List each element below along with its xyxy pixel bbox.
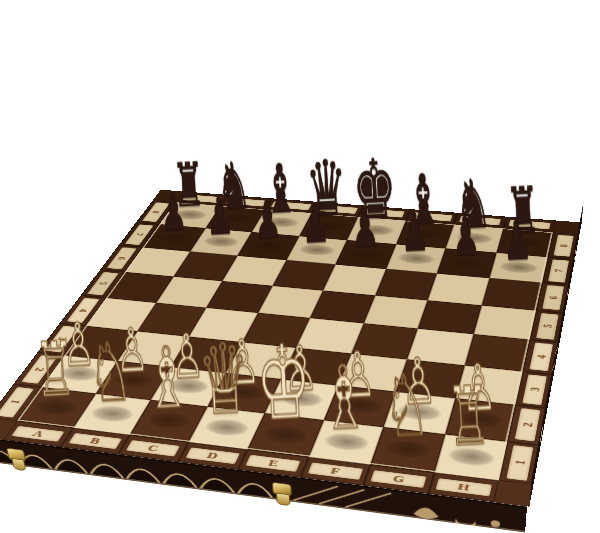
coordinate-tab: C	[126, 440, 180, 457]
coordinate-tab: H	[435, 478, 492, 497]
coordinate-tab: B	[68, 433, 122, 450]
coordinate-tab: 1	[506, 445, 533, 481]
file-label-a: A	[30, 428, 46, 439]
square-f5[interactable]	[363, 295, 427, 328]
brass-clasp-center	[272, 482, 293, 508]
square-f7[interactable]: ♟	[386, 244, 446, 273]
coordinate-tab: E	[246, 455, 301, 473]
coordinate-tab: 3	[522, 374, 547, 405]
file-label-g: G	[391, 473, 406, 486]
rank-label-left-8: 8	[149, 210, 163, 213]
piece-black-pawn[interactable]: ♟	[205, 189, 235, 242]
rank-label-left-1: 1	[6, 399, 24, 405]
coordinate-tab: A	[11, 426, 65, 442]
coordinate-tab: 2	[515, 408, 541, 442]
coordinate-tab: 7	[548, 259, 569, 283]
rank-label-right-5: 5	[539, 324, 555, 329]
rank-label-left-5: 5	[95, 281, 111, 285]
piece-black-pawn[interactable]: ♟	[252, 193, 282, 246]
piece-white-knight[interactable]: ♘	[381, 363, 431, 451]
board-3d: 8♜♞♝♛♚♝♞♜87♟♟♟♟♟♟♟♟7665544332♙♙♙♙♙♙♙♙21♖…	[0, 190, 582, 507]
clasp-hook	[11, 458, 26, 471]
piece-black-pawn[interactable]: ♟	[399, 204, 430, 259]
rank-label-left-6: 6	[114, 256, 129, 260]
piece-white-knight[interactable]: ♘	[87, 332, 134, 415]
square-g7[interactable]: ♟	[437, 248, 496, 278]
piece-black-pawn[interactable]: ♟	[450, 208, 481, 263]
piece-white-king[interactable]: ♔	[254, 331, 314, 436]
coordinate-tab: G	[371, 470, 427, 488]
coordinate-tab: 8	[554, 235, 574, 257]
file-label-f: F	[329, 465, 342, 477]
rank-label-right-7: 7	[551, 269, 566, 273]
coordinate-tab: D	[185, 447, 240, 464]
file-label-d: D	[205, 450, 220, 462]
piece-black-pawn[interactable]: ♟	[501, 212, 533, 268]
square-h5[interactable]	[473, 305, 536, 340]
coordinate-tab: 6	[542, 285, 564, 310]
rank-label-left-7: 7	[132, 233, 147, 237]
piece-black-pawn[interactable]: ♟	[349, 201, 380, 255]
scene: 8♜♞♝♛♚♝♞♜87♟♟♟♟♟♟♟♟7665544332♙♙♙♙♙♙♙♙21♖…	[0, 0, 600, 533]
piece-white-bishop[interactable]: ♗	[319, 353, 370, 443]
rank-label-right-3: 3	[526, 387, 544, 393]
clasp-hook	[275, 493, 290, 507]
piece-white-rook[interactable]: ♖	[446, 375, 493, 458]
rank-label-right-2: 2	[519, 422, 537, 428]
rank-label-right-4: 4	[533, 354, 550, 359]
coordinate-tab: 5	[536, 313, 559, 340]
piece-white-queen[interactable]: ♕	[196, 330, 252, 429]
rank-label-right-8: 8	[556, 244, 571, 248]
rank-label-right-6: 6	[545, 295, 561, 300]
coordinate-tab: F	[307, 462, 363, 480]
piece-black-pawn[interactable]: ♟	[300, 197, 331, 251]
file-label-e: E	[266, 457, 280, 469]
file-label-c: C	[145, 442, 161, 454]
piece-white-bishop[interactable]: ♗	[142, 335, 191, 422]
rank-label-right-1: 1	[511, 459, 530, 466]
coordinate-tab: 4	[529, 342, 553, 371]
board-outer: 8♜♞♝♛♚♝♞♜87♟♟♟♟♟♟♟♟7665544332♙♙♙♙♙♙♙♙21♖…	[10, 12, 600, 521]
piece-white-rook[interactable]: ♖	[33, 331, 77, 408]
file-label-b: B	[87, 435, 102, 446]
file-label-h: H	[456, 481, 470, 494]
